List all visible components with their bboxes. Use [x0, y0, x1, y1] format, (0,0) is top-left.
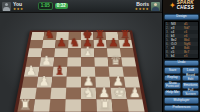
- square-f1[interactable]: ♜: [96, 99, 112, 112]
- square-h3[interactable]: [124, 77, 140, 88]
- red-knight-b8: ♞: [43, 27, 56, 40]
- square-b6[interactable]: [41, 48, 55, 57]
- square-d8[interactable]: [68, 32, 81, 40]
- square-g4[interactable]: [109, 67, 124, 77]
- square-f6[interactable]: [94, 48, 108, 57]
- square-e5[interactable]: [81, 57, 95, 66]
- move-number: 10.: [166, 58, 171, 59]
- top-bar: You ★★★ 1:05 0:32 Boris ★★★★ ✦ SPARK CHE…: [0, 0, 200, 13]
- full-screen-button[interactable]: Full Screen: [182, 90, 199, 97]
- square-f4[interactable]: [95, 67, 110, 77]
- sparkchess-app: You ★★★ 1:05 0:32 Boris ★★★★ ✦ SPARK CHE…: [0, 0, 200, 112]
- square-c8[interactable]: [56, 32, 69, 40]
- square-e7[interactable]: ♟: [81, 40, 94, 48]
- square-a3[interactable]: [22, 77, 38, 88]
- square-e4[interactable]: [81, 67, 95, 77]
- square-h7[interactable]: ♟: [119, 40, 133, 48]
- white-king-g2: ♚: [112, 84, 127, 99]
- player-white-info: You ★★★: [13, 2, 24, 11]
- square-f2[interactable]: ♟: [96, 88, 112, 100]
- square-c1[interactable]: [49, 99, 65, 112]
- square-e2[interactable]: ♞: [81, 88, 96, 100]
- square-g5[interactable]: ♛: [108, 57, 123, 66]
- square-e8[interactable]: ♚: [81, 32, 94, 40]
- square-e3[interactable]: ♟: [81, 77, 96, 88]
- multiplayer-button[interactable]: Multiplayer: [164, 97, 199, 104]
- square-f3[interactable]: [95, 77, 110, 88]
- avatar-head-icon: [5, 3, 8, 6]
- white-rook-f1: ♜: [97, 96, 113, 112]
- square-b4[interactable]: [38, 67, 53, 77]
- square-d5[interactable]: [67, 57, 81, 66]
- square-a1[interactable]: ♜: [17, 99, 35, 112]
- square-a6[interactable]: [28, 48, 43, 57]
- clock-chips: 1:05 0:32: [38, 2, 68, 10]
- board-area: ♞♚♜♜♟♞♟♟♟♟♝♟♛♟♝♟♟♟♞♟♚♟♜♜: [0, 13, 162, 112]
- black-clock: 0:32: [55, 3, 68, 9]
- square-b3[interactable]: ♟: [37, 77, 53, 88]
- white-rook-a1: ♜: [17, 96, 33, 112]
- move-list[interactable]: 1.Nf3d52.e3Nd73.c4c64.b3e65.Be2Bb46.O-ON…: [164, 21, 199, 59]
- preferences-button[interactable]: Preferences: [164, 105, 199, 112]
- board-edit-button[interactable]: Board Edit: [182, 75, 199, 82]
- square-e6[interactable]: ♝: [81, 48, 94, 57]
- square-g1[interactable]: [112, 99, 129, 112]
- player-black-avatar: [151, 2, 160, 11]
- square-d2[interactable]: [66, 88, 81, 100]
- help-me-button[interactable]: Help Me: [164, 90, 181, 97]
- red-rook-f8: ♜: [94, 27, 107, 40]
- square-c2[interactable]: [50, 88, 66, 100]
- square-b7[interactable]: [42, 40, 56, 48]
- red-king-e8: ♚: [81, 27, 94, 40]
- square-g8[interactable]: [105, 32, 118, 40]
- black-move: Qe7: [184, 58, 197, 59]
- square-a5[interactable]: [26, 57, 41, 66]
- square-g2[interactable]: ♚: [111, 88, 127, 100]
- square-h4[interactable]: [122, 67, 138, 77]
- player-black-info: Boris ★★★★: [135, 2, 149, 11]
- square-f5[interactable]: [94, 57, 108, 66]
- white-clock: 1:05: [38, 2, 53, 10]
- move-row-10[interactable]: 10.Qb3Qe7: [165, 58, 198, 59]
- avatar-body-icon: [152, 7, 158, 11]
- square-b2[interactable]: [35, 88, 51, 100]
- red-rook-h8: ♜: [119, 27, 132, 40]
- undo-button[interactable]: Undo: [164, 60, 199, 67]
- square-c4[interactable]: ♝: [52, 67, 67, 77]
- square-d7[interactable]: ♞: [68, 40, 81, 48]
- square-g3[interactable]: ♟: [110, 77, 126, 88]
- square-e1[interactable]: [81, 99, 97, 112]
- design-button[interactable]: Design: [164, 14, 199, 20]
- white-pawn-h2: ♟: [127, 84, 142, 99]
- player-black-rating-stars: ★★★★: [135, 7, 149, 11]
- square-c3[interactable]: [51, 77, 66, 88]
- sidebar: Design 1.Nf3d52.e3Nd73.c4c64.b3e65.Be2Bb…: [162, 13, 200, 112]
- top-bar-right: Boris ★★★★ ✦ SPARK CHESS: [133, 0, 200, 13]
- square-h1[interactable]: [127, 99, 145, 112]
- square-h8[interactable]: ♜: [118, 32, 132, 40]
- square-g6[interactable]: [107, 48, 121, 57]
- player-white-avatar: [2, 2, 11, 11]
- square-h5[interactable]: [121, 57, 136, 66]
- square-g7[interactable]: ♟: [106, 40, 120, 48]
- square-a2[interactable]: [20, 88, 37, 100]
- square-b5[interactable]: ♟: [40, 57, 55, 66]
- square-d4[interactable]: [67, 67, 81, 77]
- square-h2[interactable]: ♟: [125, 88, 142, 100]
- white-knight-e2: ♞: [81, 84, 96, 99]
- square-b8[interactable]: ♞: [43, 32, 56, 40]
- chess-board[interactable]: ♞♚♜♜♟♞♟♟♟♟♝♟♛♟♝♟♟♟♞♟♚♟♜♜: [13, 30, 148, 112]
- avatar-body-icon: [3, 7, 9, 11]
- white-move: Qb3: [171, 58, 184, 59]
- square-d3[interactable]: [66, 77, 81, 88]
- square-c7[interactable]: ♟: [55, 40, 68, 48]
- show-forecast-button[interactable]: Show Forecast: [164, 82, 181, 89]
- player-white-rating-stars: ★★★: [13, 7, 24, 11]
- board-perspective-wrapper: ♞♚♜♜♟♞♟♟♟♟♝♟♛♟♝♟♟♟♞♟♚♟♜♜: [13, 30, 148, 112]
- save-button[interactable]: Save: [164, 67, 181, 74]
- logo-line2: CHESS: [177, 6, 194, 11]
- spark-icon: ✦: [169, 2, 176, 10]
- square-d6[interactable]: [68, 48, 81, 57]
- square-f8[interactable]: ♜: [93, 32, 106, 40]
- avatar-head-icon: [154, 3, 157, 6]
- action-button-grid: UndoSaveLoadReplayBoard EditShow Forecas…: [164, 60, 199, 112]
- square-c5[interactable]: [53, 57, 67, 66]
- square-b1[interactable]: [33, 99, 50, 112]
- white-pawn-f2: ♟: [96, 84, 111, 99]
- sparkchess-logo: ✦ SPARK CHESS: [162, 0, 200, 13]
- square-c6[interactable]: [54, 48, 68, 57]
- square-d1[interactable]: [65, 99, 81, 112]
- square-a4[interactable]: ♟: [24, 67, 40, 77]
- square-f7[interactable]: ♟: [94, 40, 107, 48]
- square-h6[interactable]: [120, 48, 135, 57]
